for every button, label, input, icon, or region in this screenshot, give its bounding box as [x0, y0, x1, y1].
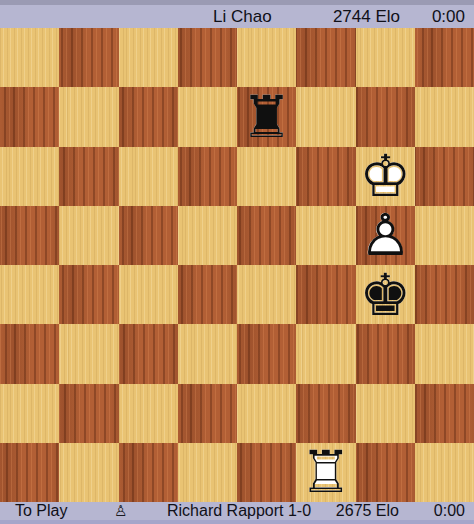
square-f5[interactable] — [296, 206, 355, 265]
bottom-player-name-result: Richard Rapport 1-0 — [167, 502, 311, 520]
square-h3[interactable] — [415, 324, 474, 383]
square-h7[interactable] — [415, 87, 474, 146]
square-c2[interactable] — [119, 384, 178, 443]
square-a3[interactable] — [0, 324, 59, 383]
square-h1[interactable] — [415, 443, 474, 502]
to-play-label: To Play — [15, 502, 67, 520]
square-b2[interactable] — [59, 384, 118, 443]
square-g4[interactable]: ♔♚ — [356, 265, 415, 324]
square-d4[interactable] — [178, 265, 237, 324]
square-c7[interactable] — [119, 87, 178, 146]
square-e6[interactable] — [237, 147, 296, 206]
top-player-elo: 2744 Elo — [333, 5, 400, 28]
square-c6[interactable] — [119, 147, 178, 206]
square-d7[interactable] — [178, 87, 237, 146]
square-c5[interactable] — [119, 206, 178, 265]
square-a2[interactable] — [0, 384, 59, 443]
bottom-strip — [0, 520, 474, 524]
square-g7[interactable] — [356, 87, 415, 146]
square-g8[interactable] — [356, 28, 415, 87]
bottom-player-elo: 2675 Elo — [336, 502, 399, 520]
white-pawn[interactable]: ♟♙ — [356, 206, 415, 265]
square-e1[interactable] — [237, 443, 296, 502]
square-h5[interactable] — [415, 206, 474, 265]
square-c4[interactable] — [119, 265, 178, 324]
square-e3[interactable] — [237, 324, 296, 383]
white-king[interactable]: ♚♔ — [356, 147, 415, 206]
bottom-player-clock: 0:00 — [434, 502, 465, 520]
top-player-name: Li Chao — [213, 5, 272, 28]
square-a4[interactable] — [0, 265, 59, 324]
square-f4[interactable] — [296, 265, 355, 324]
square-a1[interactable] — [0, 443, 59, 502]
white-pawn-icon: ♙ — [114, 502, 127, 520]
square-b1[interactable] — [59, 443, 118, 502]
top-player-bar: Li Chao 2744 Elo 0:00 — [0, 5, 474, 28]
square-h2[interactable] — [415, 384, 474, 443]
square-a8[interactable] — [0, 28, 59, 87]
square-h4[interactable] — [415, 265, 474, 324]
square-b3[interactable] — [59, 324, 118, 383]
square-f8[interactable] — [296, 28, 355, 87]
square-e7[interactable]: ♖♜ — [237, 87, 296, 146]
square-f6[interactable] — [296, 147, 355, 206]
square-f1[interactable]: ♜♖ — [296, 443, 355, 502]
chess-app-window: Li Chao 2744 Elo 0:00 ♖♜♚♔♟♙♔♚♜♖ To Play… — [0, 0, 474, 524]
square-c1[interactable] — [119, 443, 178, 502]
square-d6[interactable] — [178, 147, 237, 206]
square-a6[interactable] — [0, 147, 59, 206]
square-f3[interactable] — [296, 324, 355, 383]
square-f7[interactable] — [296, 87, 355, 146]
square-d3[interactable] — [178, 324, 237, 383]
black-king[interactable]: ♔♚ — [356, 265, 415, 324]
square-g3[interactable] — [356, 324, 415, 383]
square-c8[interactable] — [119, 28, 178, 87]
square-e2[interactable] — [237, 384, 296, 443]
square-f2[interactable] — [296, 384, 355, 443]
black-rook[interactable]: ♖♜ — [237, 87, 296, 146]
square-d1[interactable] — [178, 443, 237, 502]
square-d8[interactable] — [178, 28, 237, 87]
square-h8[interactable] — [415, 28, 474, 87]
square-b5[interactable] — [59, 206, 118, 265]
square-b8[interactable] — [59, 28, 118, 87]
square-g2[interactable] — [356, 384, 415, 443]
square-g6[interactable]: ♚♔ — [356, 147, 415, 206]
square-a7[interactable] — [0, 87, 59, 146]
square-h6[interactable] — [415, 147, 474, 206]
square-a5[interactable] — [0, 206, 59, 265]
square-e4[interactable] — [237, 265, 296, 324]
square-b4[interactable] — [59, 265, 118, 324]
square-b6[interactable] — [59, 147, 118, 206]
square-e5[interactable] — [237, 206, 296, 265]
square-g5[interactable]: ♟♙ — [356, 206, 415, 265]
white-rook[interactable]: ♜♖ — [296, 443, 355, 502]
square-b7[interactable] — [59, 87, 118, 146]
chess-board[interactable]: ♖♜♚♔♟♙♔♚♜♖ — [0, 28, 474, 502]
square-d5[interactable] — [178, 206, 237, 265]
square-c3[interactable] — [119, 324, 178, 383]
square-e8[interactable] — [237, 28, 296, 87]
square-d2[interactable] — [178, 384, 237, 443]
top-player-clock: 0:00 — [432, 5, 465, 28]
square-g1[interactable] — [356, 443, 415, 502]
bottom-player-bar: To Play ♙ Richard Rapport 1-0 2675 Elo 0… — [0, 502, 474, 520]
